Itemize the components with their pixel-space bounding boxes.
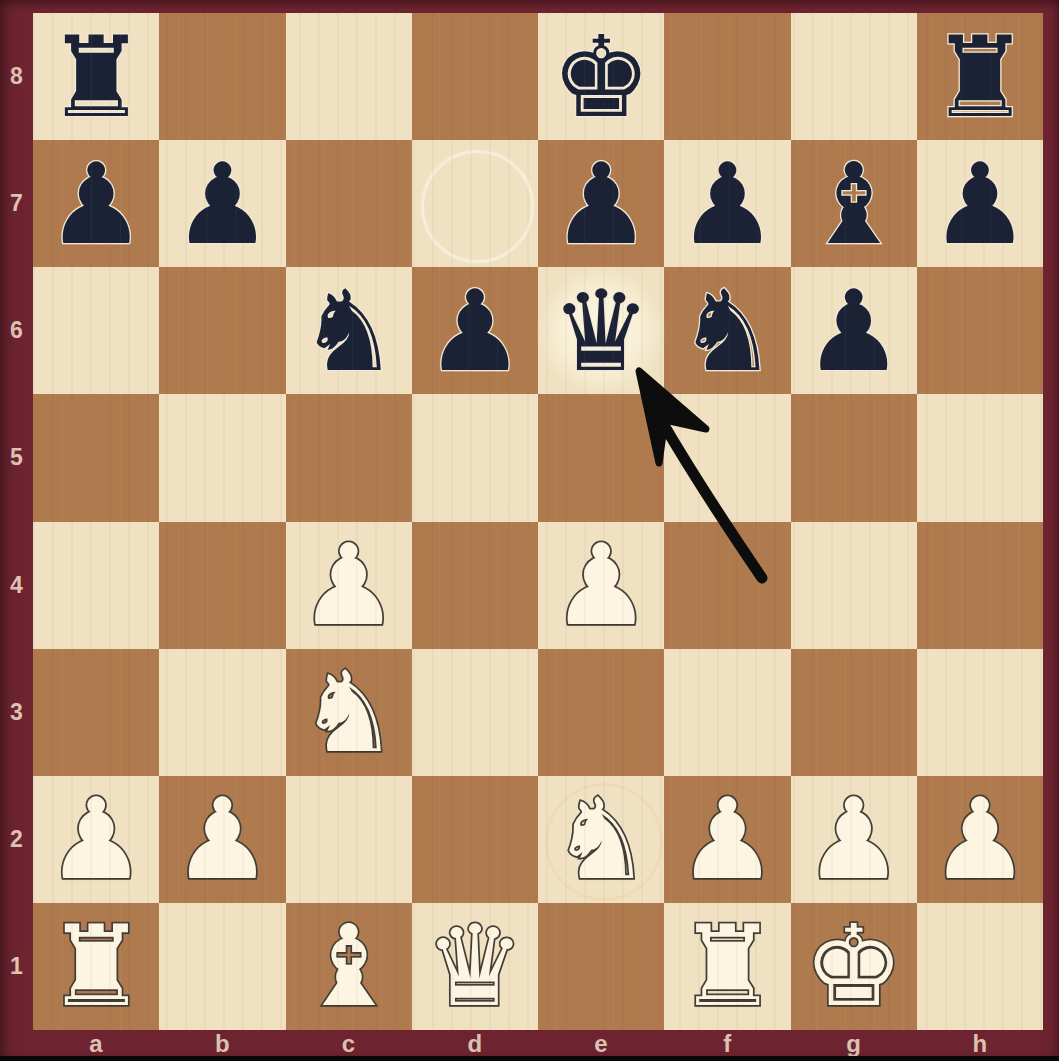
black-queen-e6[interactable]: ♛ xyxy=(551,275,651,387)
file-label-e: e xyxy=(538,1030,664,1057)
white-pawn-e4[interactable]: ♟ xyxy=(551,529,651,641)
square-f8[interactable] xyxy=(664,13,790,140)
rank-label-5: 5 xyxy=(0,394,33,521)
square-c5[interactable] xyxy=(286,394,412,521)
square-g3[interactable] xyxy=(791,649,917,776)
rank-label-7: 7 xyxy=(0,140,33,267)
square-d3[interactable] xyxy=(412,649,538,776)
square-e2[interactable]: ♞ xyxy=(538,776,664,903)
square-a1[interactable]: ♜ xyxy=(33,903,159,1030)
square-g4[interactable] xyxy=(791,522,917,649)
square-c6[interactable]: ♞ xyxy=(286,267,412,394)
rank-label-6: 6 xyxy=(0,267,33,394)
square-h1[interactable] xyxy=(917,903,1043,1030)
square-a5[interactable] xyxy=(33,394,159,521)
square-e3[interactable] xyxy=(538,649,664,776)
black-pawn-a7[interactable]: ♟ xyxy=(46,148,146,260)
file-label-a: a xyxy=(33,1030,159,1057)
rank-label-1: 1 xyxy=(0,903,33,1030)
square-d4[interactable] xyxy=(412,522,538,649)
white-bishop-c1[interactable]: ♝ xyxy=(298,910,398,1022)
rank-label-8: 8 xyxy=(0,13,33,140)
black-pawn-f7[interactable]: ♟ xyxy=(677,148,777,260)
black-rook-a8[interactable]: ♜ xyxy=(46,21,146,133)
square-d1[interactable]: ♛ xyxy=(412,903,538,1030)
white-pawn-h2[interactable]: ♟ xyxy=(930,783,1030,895)
square-h5[interactable] xyxy=(917,394,1043,521)
square-g7[interactable]: ♝ xyxy=(791,140,917,267)
square-b6[interactable] xyxy=(159,267,285,394)
white-pawn-g2[interactable]: ♟ xyxy=(803,783,903,895)
chess-board-screenshot: ♜♚♜♟♟♟♟♝♟♞♟♛♞♟♟♟♞♟♟♞♟♟♟♜♝♛♜♚ 87654321 ab… xyxy=(0,0,1059,1061)
square-e5[interactable] xyxy=(538,394,664,521)
square-a7[interactable]: ♟ xyxy=(33,140,159,267)
white-rook-a1[interactable]: ♜ xyxy=(46,910,146,1022)
file-label-g: g xyxy=(791,1030,917,1057)
square-f4[interactable] xyxy=(664,522,790,649)
square-e8[interactable]: ♚ xyxy=(538,13,664,140)
white-pawn-b2[interactable]: ♟ xyxy=(172,783,272,895)
square-a2[interactable]: ♟ xyxy=(33,776,159,903)
square-c2[interactable] xyxy=(286,776,412,903)
square-g2[interactable]: ♟ xyxy=(791,776,917,903)
square-c7[interactable] xyxy=(286,140,412,267)
square-c4[interactable]: ♟ xyxy=(286,522,412,649)
square-b3[interactable] xyxy=(159,649,285,776)
square-b5[interactable] xyxy=(159,394,285,521)
square-a4[interactable] xyxy=(33,522,159,649)
black-knight-f6[interactable]: ♞ xyxy=(677,275,777,387)
white-knight-c3[interactable]: ♞ xyxy=(298,656,398,768)
white-rook-f1[interactable]: ♜ xyxy=(677,910,777,1022)
square-a3[interactable] xyxy=(33,649,159,776)
bottom-black-strip xyxy=(0,1056,1059,1061)
square-g1[interactable]: ♚ xyxy=(791,903,917,1030)
file-label-b: b xyxy=(159,1030,285,1057)
square-d7[interactable] xyxy=(412,140,538,267)
square-h3[interactable] xyxy=(917,649,1043,776)
square-d8[interactable] xyxy=(412,13,538,140)
square-f5[interactable] xyxy=(664,394,790,521)
rank-label-4: 4 xyxy=(0,522,33,649)
black-rook-h8[interactable]: ♜ xyxy=(930,21,1030,133)
square-g6[interactable]: ♟ xyxy=(791,267,917,394)
square-d5[interactable] xyxy=(412,394,538,521)
square-b2[interactable]: ♟ xyxy=(159,776,285,903)
black-pawn-d6[interactable]: ♟ xyxy=(425,275,525,387)
square-h2[interactable]: ♟ xyxy=(917,776,1043,903)
square-b1[interactable] xyxy=(159,903,285,1030)
square-g8[interactable] xyxy=(791,13,917,140)
square-a6[interactable] xyxy=(33,267,159,394)
square-b8[interactable] xyxy=(159,13,285,140)
square-e6[interactable]: ♛ xyxy=(538,267,664,394)
black-king-e8[interactable]: ♚ xyxy=(551,21,651,133)
square-e4[interactable]: ♟ xyxy=(538,522,664,649)
square-f6[interactable]: ♞ xyxy=(664,267,790,394)
file-label-f: f xyxy=(664,1030,790,1057)
file-label-h: h xyxy=(917,1030,1043,1057)
white-queen-d1[interactable]: ♛ xyxy=(425,910,525,1022)
black-knight-c6[interactable]: ♞ xyxy=(298,275,398,387)
square-b7[interactable]: ♟ xyxy=(159,140,285,267)
rank-label-2: 2 xyxy=(0,776,33,903)
black-pawn-g6[interactable]: ♟ xyxy=(803,275,903,387)
square-c1[interactable]: ♝ xyxy=(286,903,412,1030)
square-h6[interactable] xyxy=(917,267,1043,394)
square-h7[interactable]: ♟ xyxy=(917,140,1043,267)
board: ♜♚♜♟♟♟♟♝♟♞♟♛♞♟♟♟♞♟♟♞♟♟♟♜♝♛♜♚ xyxy=(33,13,1043,1030)
white-pawn-f2[interactable]: ♟ xyxy=(677,783,777,895)
square-h8[interactable]: ♜ xyxy=(917,13,1043,140)
white-pawn-c4[interactable]: ♟ xyxy=(298,529,398,641)
square-e7[interactable]: ♟ xyxy=(538,140,664,267)
file-label-d: d xyxy=(412,1030,538,1057)
white-knight-e2[interactable]: ♞ xyxy=(551,783,651,895)
white-pawn-a2[interactable]: ♟ xyxy=(46,783,146,895)
square-c8[interactable] xyxy=(286,13,412,140)
square-d6[interactable]: ♟ xyxy=(412,267,538,394)
black-bishop-g7[interactable]: ♝ xyxy=(803,148,903,260)
white-king-g1[interactable]: ♚ xyxy=(803,910,903,1022)
square-a8[interactable]: ♜ xyxy=(33,13,159,140)
square-f1[interactable]: ♜ xyxy=(664,903,790,1030)
black-pawn-e7[interactable]: ♟ xyxy=(551,148,651,260)
square-h4[interactable] xyxy=(917,522,1043,649)
square-e1[interactable] xyxy=(538,903,664,1030)
file-label-c: c xyxy=(286,1030,412,1057)
square-f2[interactable]: ♟ xyxy=(664,776,790,903)
square-b4[interactable] xyxy=(159,522,285,649)
black-pawn-b7[interactable]: ♟ xyxy=(172,148,272,260)
black-pawn-h7[interactable]: ♟ xyxy=(930,148,1030,260)
square-g5[interactable] xyxy=(791,394,917,521)
square-d2[interactable] xyxy=(412,776,538,903)
square-f7[interactable]: ♟ xyxy=(664,140,790,267)
rank-label-3: 3 xyxy=(0,649,33,776)
square-f3[interactable] xyxy=(664,649,790,776)
square-c3[interactable]: ♞ xyxy=(286,649,412,776)
